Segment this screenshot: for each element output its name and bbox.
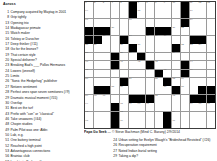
grid-cell[interactable]: 49 <box>190 70 198 78</box>
grid-cell[interactable] <box>198 120 206 128</box>
grid-cell[interactable] <box>181 112 189 120</box>
clue-29: 29Taking a dip? <box>111 154 215 159</box>
grid-cell[interactable]: 53 <box>172 78 180 86</box>
clue-text: Advantageous connections <box>11 149 83 154</box>
grid-cell[interactable]: 58 <box>181 86 189 94</box>
black-cell <box>129 2 137 10</box>
grid-cell[interactable] <box>111 95 119 103</box>
grid-cell[interactable] <box>102 53 110 61</box>
clue-number: 43 <box>3 112 9 117</box>
grid-cell[interactable] <box>102 103 110 111</box>
cell-number: 14 <box>85 10 88 12</box>
grid-cell[interactable] <box>102 10 110 18</box>
grid-cell[interactable] <box>102 70 110 78</box>
clue-28: 28Perfect ones span seven semitones (#9) <box>3 90 83 95</box>
grid-cell[interactable] <box>198 53 206 61</box>
clue-text: Limits <box>11 74 83 79</box>
grid-cell[interactable] <box>94 70 102 78</box>
clue-16: 16Tolstoy or Durocher <box>3 37 83 42</box>
grid-cell[interactable]: 41 <box>120 61 128 69</box>
grid-cell[interactable] <box>172 10 180 18</box>
grid-cell[interactable] <box>163 44 171 52</box>
grid-cell[interactable] <box>146 86 154 94</box>
grid-cell[interactable]: 63 <box>172 95 180 103</box>
grid-cell[interactable] <box>190 112 198 120</box>
clue-text: "Sonic the Hedgehog" publisher <box>11 79 83 84</box>
grid-cell[interactable] <box>155 44 163 52</box>
clue-number: 25 <box>3 74 9 79</box>
grid-cell[interactable]: 62 <box>155 95 163 103</box>
puzzle-byline: — © Steve Bachman (Mind C. Barany) 2/9/2… <box>107 130 180 134</box>
grid-cell[interactable]: 32 <box>181 44 189 52</box>
clue-8: 8Grip tightly <box>3 15 83 20</box>
grid-cell[interactable] <box>129 112 137 120</box>
cell-number: 6 <box>138 2 139 4</box>
grid-cell[interactable] <box>190 120 198 128</box>
clue-text: Take unawares (#44) <box>11 117 83 122</box>
grid-cell[interactable]: 46 <box>111 70 119 78</box>
clue-number: 16 <box>3 37 9 42</box>
grid-cell[interactable] <box>163 95 171 103</box>
cell-number: 2 <box>94 2 95 4</box>
clue-20: 20Special deliverer? <box>3 58 83 63</box>
black-cell <box>181 10 189 18</box>
grid-cell[interactable]: 61 <box>102 95 110 103</box>
cell-number: 77 <box>172 120 175 122</box>
clue-number: 26 <box>3 79 9 84</box>
grid-cell[interactable] <box>94 112 102 120</box>
clue-number: 24 <box>111 138 117 143</box>
clue-text: Best on the turf <box>11 106 83 111</box>
clue-27: 27Netizen sentiment <box>3 85 83 90</box>
black-cell <box>111 53 119 61</box>
clue-58: 58Lead-in to Berlin or Germany, once <box>3 160 83 161</box>
clue-text: Madagascar primate <box>11 26 83 31</box>
grid-cell[interactable] <box>155 10 163 18</box>
clue-number: 1 <box>3 10 9 15</box>
grid-cell[interactable]: 24 <box>129 36 137 44</box>
cell-number: 38 <box>146 52 149 54</box>
cell-number: 76 <box>120 120 123 122</box>
grid-cell[interactable]: 75 <box>85 120 93 128</box>
clue-text: Lowers (oneself) <box>11 69 83 74</box>
grid-cell[interactable]: 18 <box>129 19 137 27</box>
grid-cell[interactable]: 15 <box>137 10 145 18</box>
cell-number: 65 <box>120 103 123 105</box>
grid-cell[interactable] <box>102 78 110 86</box>
cell-number: 68 <box>146 103 149 105</box>
cell-number: 63 <box>172 95 175 97</box>
cell-number: 57 <box>164 86 167 88</box>
grid-cell[interactable] <box>102 61 110 69</box>
grid-cell[interactable] <box>181 53 189 61</box>
cell-number: 33 <box>190 44 193 46</box>
grid-cell[interactable]: 67 <box>137 103 145 111</box>
grid-cell[interactable] <box>155 120 163 128</box>
grid-cell[interactable] <box>190 78 198 86</box>
clue-number: 13 <box>3 21 9 26</box>
grid-cell[interactable]: 3 <box>102 2 110 10</box>
grid-cell[interactable]: 76 <box>120 120 128 128</box>
cell-number: 39 <box>172 52 175 54</box>
grid-cell[interactable] <box>163 19 171 27</box>
grid-cell[interactable]: 20 <box>111 27 119 35</box>
grid-cell[interactable]: 71 <box>207 103 215 111</box>
cell-number: 22 <box>181 27 184 29</box>
grid-cell[interactable] <box>146 78 154 86</box>
grid-cell[interactable] <box>207 44 215 52</box>
across-clue-list: 1Company acquired by Maytag in 20018Grip… <box>3 10 83 161</box>
cell-number: 71 <box>207 103 210 105</box>
grid-cell[interactable]: 25 <box>146 36 154 44</box>
black-cell <box>207 86 215 94</box>
grid-cell[interactable]: 9 <box>163 2 171 10</box>
clue-49: 49Palm Pilot was one: Abbr. <box>3 128 83 133</box>
black-cell <box>181 61 189 69</box>
grid-cell[interactable] <box>102 44 110 52</box>
grid-cell[interactable] <box>207 78 215 86</box>
grid-cell[interactable] <box>207 19 215 27</box>
grid-cell[interactable]: 29 <box>94 44 102 52</box>
clue-48: 48Chopin studies <box>3 122 83 127</box>
cell-number: 46 <box>111 69 114 71</box>
crossword-grid: 1234567891011121314151617181920212223242… <box>84 1 216 129</box>
grid-cell[interactable]: 13 <box>207 2 215 10</box>
grid-cell[interactable]: 69 <box>190 103 198 111</box>
grid-cell[interactable]: 43 <box>155 61 163 69</box>
cell-number: 25 <box>146 35 149 37</box>
cell-number: 50 <box>85 78 88 80</box>
clue-24: 24Lowers (oneself) <box>3 69 83 74</box>
clue-23: 23Breaking Bad's ___ Pollos Hermanos <box>3 63 83 68</box>
cell-number: 58 <box>181 86 184 88</box>
clue-15: 15Watch maker <box>3 31 83 36</box>
clue-text: Brainiac club <box>11 154 83 159</box>
cell-number: 70 <box>199 103 202 105</box>
grid-cell[interactable] <box>94 10 102 18</box>
cell-number: 47 <box>146 69 149 71</box>
grid-cell[interactable] <box>137 70 145 78</box>
grid-cell[interactable] <box>94 53 102 61</box>
grid-cell[interactable] <box>137 120 145 128</box>
cell-number: 4 <box>111 2 112 4</box>
cell-number: 7 <box>146 2 147 4</box>
grid-cell[interactable]: 42 <box>137 61 145 69</box>
clue-text: Taking a dip? <box>119 154 215 159</box>
cell-number: 17 <box>85 19 88 21</box>
grid-cell[interactable] <box>155 112 163 120</box>
black-cell <box>163 112 171 120</box>
grid-cell[interactable] <box>198 112 206 120</box>
cell-number: 55 <box>111 86 114 88</box>
clue-27: 27Noted Indian burial setting <box>111 149 215 154</box>
grid-cell[interactable] <box>129 86 137 94</box>
grid-cell[interactable] <box>111 10 119 18</box>
cell-number: 52 <box>155 78 158 80</box>
grid-cell[interactable] <box>137 78 145 86</box>
grid-cell[interactable]: 50 <box>85 78 93 86</box>
clue-number: 28 <box>3 90 9 95</box>
grid-cell[interactable]: 33 <box>190 44 198 52</box>
clue-number: 20 <box>3 58 9 63</box>
cell-number: 42 <box>138 61 141 63</box>
grid-cell[interactable]: 34 <box>198 44 206 52</box>
cell-number: 44 <box>190 61 193 63</box>
grid-cell[interactable]: 7 <box>146 2 154 10</box>
grid-cell[interactable] <box>155 103 163 111</box>
grid-cell[interactable] <box>120 10 128 18</box>
grid-cell[interactable] <box>120 19 128 27</box>
cell-number: 24 <box>129 35 132 37</box>
grid-cell[interactable] <box>207 36 215 44</box>
grid-cell[interactable] <box>163 53 171 61</box>
grid-cell[interactable] <box>94 103 102 111</box>
grid-cell[interactable] <box>137 112 145 120</box>
grid-cell[interactable] <box>102 112 110 120</box>
clue-52: 52Reached a high point <box>3 144 83 149</box>
grid-cell[interactable] <box>207 120 215 128</box>
cell-number: 53 <box>172 78 175 80</box>
cell-number: 60 <box>94 95 97 97</box>
grid-cell[interactable]: 48 <box>163 70 171 78</box>
grid-cell[interactable]: 5 <box>120 2 128 10</box>
grid-cell[interactable] <box>163 103 171 111</box>
across-header: Across <box>3 2 83 6</box>
grid-cell[interactable] <box>207 53 215 61</box>
clue-53: 53Advantageous connections <box>3 149 83 154</box>
grid-cell[interactable]: 31 <box>137 44 145 52</box>
grid-cell[interactable] <box>190 86 198 94</box>
clue-number: 15 <box>3 31 9 36</box>
clue-number: 56 <box>3 154 9 159</box>
cell-number: 18 <box>129 19 132 21</box>
clue-text: Dramatic musical moment (#55) <box>11 96 83 101</box>
clue-31: 31Best on the turf <box>3 106 83 111</box>
black-cell <box>163 120 171 128</box>
clue-number: 49 <box>3 128 9 133</box>
clue-text: Overlap <box>11 101 83 106</box>
cell-number: 54 <box>181 78 184 80</box>
grid-cell[interactable] <box>207 10 215 18</box>
cell-number: 73 <box>120 111 123 113</box>
cell-number: 12 <box>199 2 202 4</box>
grid-cell[interactable]: 10 <box>172 2 180 10</box>
cell-number: 10 <box>172 2 175 4</box>
grid-cell[interactable] <box>94 120 102 128</box>
cell-number: 40 <box>85 61 88 63</box>
cell-number: 5 <box>120 2 121 4</box>
grid-cell[interactable] <box>190 27 198 35</box>
clue-number: 31 <box>3 106 9 111</box>
clue-number: 58 <box>3 160 9 161</box>
cell-number: 29 <box>94 44 97 46</box>
grid-cell[interactable] <box>207 70 215 78</box>
clue-number: 23 <box>3 63 9 68</box>
cell-number: 67 <box>138 103 141 105</box>
cell-number: 64 <box>85 103 88 105</box>
clue-number: 26 <box>111 143 117 148</box>
cell-number: 11 <box>190 2 192 4</box>
black-cell <box>181 2 189 10</box>
cell-number: 32 <box>181 44 184 46</box>
grid-cell[interactable] <box>94 78 102 86</box>
grid-cell[interactable] <box>102 120 110 128</box>
clue-text: Perfect ones span seven semitones (#9) <box>11 90 83 95</box>
grid-cell[interactable]: 19 <box>190 19 198 27</box>
grid-cell[interactable] <box>198 19 206 27</box>
black-cell <box>198 86 206 94</box>
clue-text: Deep thinker (#11) <box>11 42 83 47</box>
grid-cell[interactable]: 26 <box>155 36 163 44</box>
grid-cell[interactable] <box>198 78 206 86</box>
clue-text: Breaking Bad's ___ Pollos Hermanos <box>11 63 83 68</box>
cell-number: 9 <box>164 2 165 4</box>
grid-cell[interactable] <box>94 61 102 69</box>
clue-text: Recuperation requirement <box>119 143 215 148</box>
grid-cell[interactable] <box>163 10 171 18</box>
grid-cell[interactable] <box>129 61 137 69</box>
grid-cell[interactable] <box>172 36 180 44</box>
grid-cell[interactable] <box>198 27 206 35</box>
clue-30: 30Overlap <box>3 101 83 106</box>
grid-cell[interactable] <box>198 61 206 69</box>
grid-cell[interactable] <box>94 19 102 27</box>
clue-text: Netizen sentiment <box>11 85 83 90</box>
clue-text: Lab, e.g. <box>11 133 83 138</box>
grid-cell[interactable] <box>207 27 215 35</box>
clue-number: 51 <box>3 138 9 143</box>
black-cell <box>85 27 93 35</box>
grid-cell[interactable]: 27 <box>163 36 171 44</box>
clue-text: Noted Indian burial setting <box>119 149 215 154</box>
cell-number: 35 <box>85 52 88 54</box>
clue-14: 14Madagascar primate <box>3 26 83 31</box>
grid-cell[interactable] <box>129 120 137 128</box>
grid-cell[interactable] <box>155 19 163 27</box>
cell-number: 62 <box>155 95 158 97</box>
clue-text: One battery terminal <box>11 138 83 143</box>
cell-number: 72 <box>85 111 88 113</box>
clue-29: 29Dramatic musical moment (#55) <box>3 96 83 101</box>
grid-cell[interactable]: 57 <box>163 86 171 94</box>
clue-43: 43Prefix with "con" or "classical" <box>3 112 83 117</box>
clue-number: 46 <box>3 117 9 122</box>
grid-cell[interactable]: 21 <box>172 27 180 35</box>
puzzle-title-line: Papa Go Seek — © Steve Bachman (Mind C. … <box>84 130 216 134</box>
grid-cell[interactable]: 39 <box>172 53 180 61</box>
cell-number: 1 <box>85 2 86 4</box>
clue-24: 24Urban setting for Evelyn Waugh's "Brid… <box>111 138 215 143</box>
grid-cell[interactable]: 60 <box>94 95 102 103</box>
clue-text: Company acquired by Maytag in 2001 <box>11 10 83 15</box>
cell-number: 36 <box>120 52 123 54</box>
grid-cell[interactable] <box>111 44 119 52</box>
cell-number: 74 <box>172 111 175 113</box>
cell-number: 26 <box>155 35 158 37</box>
clue-text: Tolstoy or Durocher <box>11 37 83 42</box>
cell-number: 28 <box>85 44 88 46</box>
grid-cell[interactable]: 77 <box>172 120 180 128</box>
cell-number: 30 <box>120 44 123 46</box>
across-clues-column: Across 1Company acquired by Maytag in 20… <box>3 2 83 161</box>
grid-cell[interactable]: 23 <box>102 36 110 44</box>
clue-number: 27 <box>111 149 117 154</box>
clue-text: Palm Pilot was one: Abbr. <box>11 128 83 133</box>
cell-number: 66 <box>129 103 132 105</box>
clue-text: That certain style <box>11 53 83 58</box>
clue-number: 29 <box>3 96 9 101</box>
cell-number: 31 <box>138 44 141 46</box>
grid-cell[interactable]: 4 <box>111 2 119 10</box>
clue-number: 18 <box>3 47 9 52</box>
clue-text: Grip tightly <box>11 15 83 20</box>
grid-cell[interactable] <box>146 19 154 27</box>
grid-cell[interactable] <box>198 70 206 78</box>
grid-cell[interactable] <box>120 27 128 35</box>
grid-cell[interactable] <box>137 86 145 94</box>
grid-cell[interactable]: 51 <box>129 78 137 86</box>
cell-number: 56 <box>120 86 123 88</box>
grid-cell[interactable] <box>181 120 189 128</box>
grid-cell[interactable]: 22 <box>181 27 189 35</box>
cell-number: 15 <box>138 10 141 12</box>
grid-cell[interactable] <box>146 10 154 18</box>
cell-number: 13 <box>207 2 210 4</box>
grid-cell[interactable] <box>181 95 189 103</box>
grid-cell[interactable]: 68 <box>146 103 154 111</box>
cell-number: 23 <box>103 35 106 37</box>
cell-number: 43 <box>155 61 158 63</box>
cell-number: 37 <box>129 52 132 54</box>
grid-cell[interactable] <box>207 61 215 69</box>
black-cell <box>111 112 119 120</box>
grid-cell[interactable] <box>207 112 215 120</box>
cell-number: 19 <box>190 19 193 21</box>
grid-cell[interactable]: 17 <box>85 19 93 27</box>
grid-cell[interactable]: 38 <box>146 53 154 61</box>
grid-cell[interactable]: 37 <box>129 53 137 61</box>
grid-cell[interactable] <box>111 36 119 44</box>
grid-cell[interactable] <box>146 120 154 128</box>
grid-cell[interactable]: 12 <box>198 2 206 10</box>
grid-cell[interactable]: 56 <box>120 86 128 94</box>
clue-50: 50Lab, e.g. <box>3 133 83 138</box>
cell-number: 34 <box>199 44 202 46</box>
down-clue-list: 24Urban setting for Evelyn Waugh's "Brid… <box>111 138 215 159</box>
grid-cell[interactable]: 55 <box>111 86 119 94</box>
grid-cell[interactable]: 66 <box>129 103 137 111</box>
grid-cell[interactable] <box>172 61 180 69</box>
grid-cell[interactable] <box>137 27 145 35</box>
grid-cell[interactable] <box>102 19 110 27</box>
puzzle-page: Across 1Company acquired by Maytag in 20… <box>0 0 217 161</box>
grid-cell[interactable] <box>198 10 206 18</box>
grid-cell[interactable]: 52 <box>155 78 163 86</box>
grid-cell[interactable]: 70 <box>198 103 206 111</box>
clue-number: 50 <box>3 133 9 138</box>
clue-text: Urban setting for Evelyn Waugh's "Brides… <box>119 138 215 143</box>
grid-cell[interactable]: 8 <box>155 2 163 10</box>
grid-cell[interactable]: 2 <box>94 2 102 10</box>
cell-number: 51 <box>129 78 132 80</box>
clue-13: 13Opening trio <box>3 21 83 26</box>
grid-cell[interactable] <box>137 19 145 27</box>
grid-cell[interactable] <box>146 112 154 120</box>
grid-cell[interactable] <box>181 103 189 111</box>
grid-cell[interactable]: 47 <box>146 70 154 78</box>
grid-cell[interactable] <box>120 70 128 78</box>
clue-1: 1Company acquired by Maytag in 2001 <box>3 10 83 15</box>
